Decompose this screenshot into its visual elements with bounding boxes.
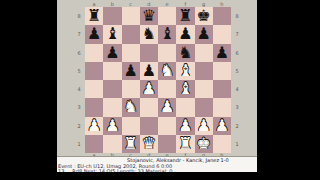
piece-white-pawn: ♟ (215, 116, 229, 134)
square-f8: ♜ (176, 7, 194, 25)
piece-white-bishop: ♝ (178, 80, 192, 98)
square-e2 (158, 117, 176, 135)
square-e1 (158, 135, 176, 153)
square-b2: ♟ (103, 117, 121, 135)
square-b4 (103, 80, 121, 98)
square-b1 (103, 135, 121, 153)
square-f5: ♝ (176, 62, 194, 80)
square-b8 (103, 7, 121, 25)
rank-labels-left: 87654321 (75, 7, 83, 153)
piece-white-pawn: ♟ (196, 116, 210, 134)
square-h8 (213, 7, 231, 25)
square-f3 (176, 98, 194, 116)
square-a6 (85, 44, 103, 62)
piece-black-pawn: ♟ (215, 43, 229, 61)
piece-black-knight: ♞ (142, 25, 156, 43)
piece-white-pawn: ♟ (178, 116, 192, 134)
square-c1: ♜ (122, 135, 140, 153)
square-b7: ♝ (103, 25, 121, 43)
square-c8 (122, 7, 140, 25)
square-d6 (140, 44, 158, 62)
rank-label-2: 2 (233, 117, 241, 135)
piece-black-pawn: ♟ (142, 61, 156, 79)
square-g4 (195, 80, 213, 98)
rank-label-3: 3 (233, 98, 241, 116)
board-panel: abcdefgh abcdefgh 87654321 87654321 ♜♛♜♚… (57, 0, 257, 172)
piece-black-pawn: ♟ (105, 43, 119, 61)
square-g1: ♚ (195, 135, 213, 153)
rank-label-6: 6 (233, 44, 241, 62)
square-g2: ♟ (195, 117, 213, 135)
rank-label-6: 6 (75, 44, 83, 62)
square-g7: ♟ (195, 25, 213, 43)
square-d1: ♛ (140, 135, 158, 153)
piece-white-pawn: ♟ (160, 98, 174, 116)
square-h1 (213, 135, 231, 153)
rank-label-4: 4 (233, 80, 241, 98)
letterbox-right (257, 0, 320, 180)
piece-white-pawn: ♟ (142, 80, 156, 98)
rank-label-8: 8 (233, 7, 241, 25)
video-frame: { "game": "chess", "position": { "fen": … (0, 0, 320, 180)
square-d4: ♟ (140, 80, 158, 98)
rank-labels-right: 87654321 (233, 7, 241, 153)
square-a5 (85, 62, 103, 80)
square-e8 (158, 7, 176, 25)
square-d5: ♟ (140, 62, 158, 80)
piece-white-bishop: ♝ (178, 61, 192, 79)
square-c5: ♟ (122, 62, 140, 80)
piece-black-rook: ♜ (178, 7, 192, 25)
rank-label-1: 1 (233, 135, 241, 153)
piece-black-pawn: ♟ (87, 25, 101, 43)
rank-label-7: 7 (233, 25, 241, 43)
piece-white-pawn: ♟ (105, 116, 119, 134)
square-h2: ♟ (213, 117, 231, 135)
piece-black-queen: ♛ (142, 7, 156, 25)
square-h5 (213, 62, 231, 80)
piece-white-pawn: ♟ (87, 116, 101, 134)
square-d2 (140, 117, 158, 135)
piece-white-king: ♚ (196, 134, 210, 152)
letterbox-bottom (57, 172, 257, 180)
square-e6 (158, 44, 176, 62)
square-e5: ♞ (158, 62, 176, 80)
square-g6 (195, 44, 213, 62)
square-d7: ♞ (140, 25, 158, 43)
square-f2: ♟ (176, 117, 194, 135)
square-b5 (103, 62, 121, 80)
piece-black-knight: ♞ (178, 43, 192, 61)
piece-black-bishop: ♝ (105, 25, 119, 43)
square-a8: ♜ (85, 7, 103, 25)
piece-black-pawn: ♟ (196, 25, 210, 43)
square-c7 (122, 25, 140, 43)
square-f6: ♞ (176, 44, 194, 62)
piece-black-pawn: ♟ (178, 25, 192, 43)
square-g8: ♚ (195, 7, 213, 25)
square-g3 (195, 98, 213, 116)
square-d8: ♛ (140, 7, 158, 25)
square-d3 (140, 98, 158, 116)
piece-white-rook: ♜ (123, 134, 137, 152)
square-c6 (122, 44, 140, 62)
rank-label-1: 1 (75, 135, 83, 153)
rank-label-8: 8 (75, 7, 83, 25)
square-b6: ♟ (103, 44, 121, 62)
status-bar: Stojanovic, Aleksandr - Kancik, Janez 1-… (57, 156, 257, 173)
square-h7 (213, 25, 231, 43)
rank-label-5: 5 (233, 62, 241, 80)
square-a1 (85, 135, 103, 153)
square-c3: ♞ (122, 98, 140, 116)
square-h3 (213, 98, 231, 116)
square-a2: ♟ (85, 117, 103, 135)
square-h6: ♟ (213, 44, 231, 62)
piece-black-pawn: ♟ (123, 61, 137, 79)
square-g5 (195, 62, 213, 80)
piece-black-king: ♚ (196, 7, 210, 25)
rank-label-7: 7 (75, 25, 83, 43)
piece-black-rook: ♜ (87, 7, 101, 25)
square-b3 (103, 98, 121, 116)
piece-white-knight: ♞ (123, 98, 137, 116)
piece-white-rook: ♜ (178, 134, 192, 152)
square-e4 (158, 80, 176, 98)
square-a7: ♟ (85, 25, 103, 43)
rank-label-4: 4 (75, 80, 83, 98)
square-f4: ♝ (176, 80, 194, 98)
square-e3: ♟ (158, 98, 176, 116)
rank-label-3: 3 (75, 98, 83, 116)
square-c4 (122, 80, 140, 98)
square-e7: ♝ (158, 25, 176, 43)
square-c2 (122, 117, 140, 135)
piece-black-bishop: ♝ (160, 25, 174, 43)
square-f7: ♟ (176, 25, 194, 43)
square-h4 (213, 80, 231, 98)
rank-label-5: 5 (75, 62, 83, 80)
piece-white-knight: ♞ (160, 61, 174, 79)
letterbox-left (0, 0, 57, 180)
rank-label-2: 2 (75, 117, 83, 135)
square-a3 (85, 98, 103, 116)
chess-board: ♜♛♜♚♟♝♞♝♟♟♟♞♟♟♟♞♝♟♝♞♟♟♟♟♟♟♜♛♜♚ (85, 7, 231, 153)
square-a4 (85, 80, 103, 98)
piece-white-queen: ♛ (142, 134, 156, 152)
square-f1: ♜ (176, 135, 194, 153)
